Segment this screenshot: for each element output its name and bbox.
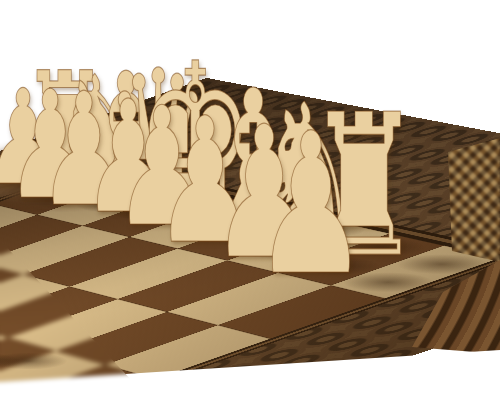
pieces-layer: ♜♟♞♝♟♛♟♚♟♝♟♞♟♜♟♟♟♟	[0, 0, 500, 400]
chess-set-photo: ♜♟♞♝♟♛♟♚♟♝♟♞♟♜♟♟♟♟	[0, 0, 500, 400]
white-pawn-icon: ♟	[253, 107, 368, 302]
black-pawn-icon: ♟	[0, 209, 11, 378]
